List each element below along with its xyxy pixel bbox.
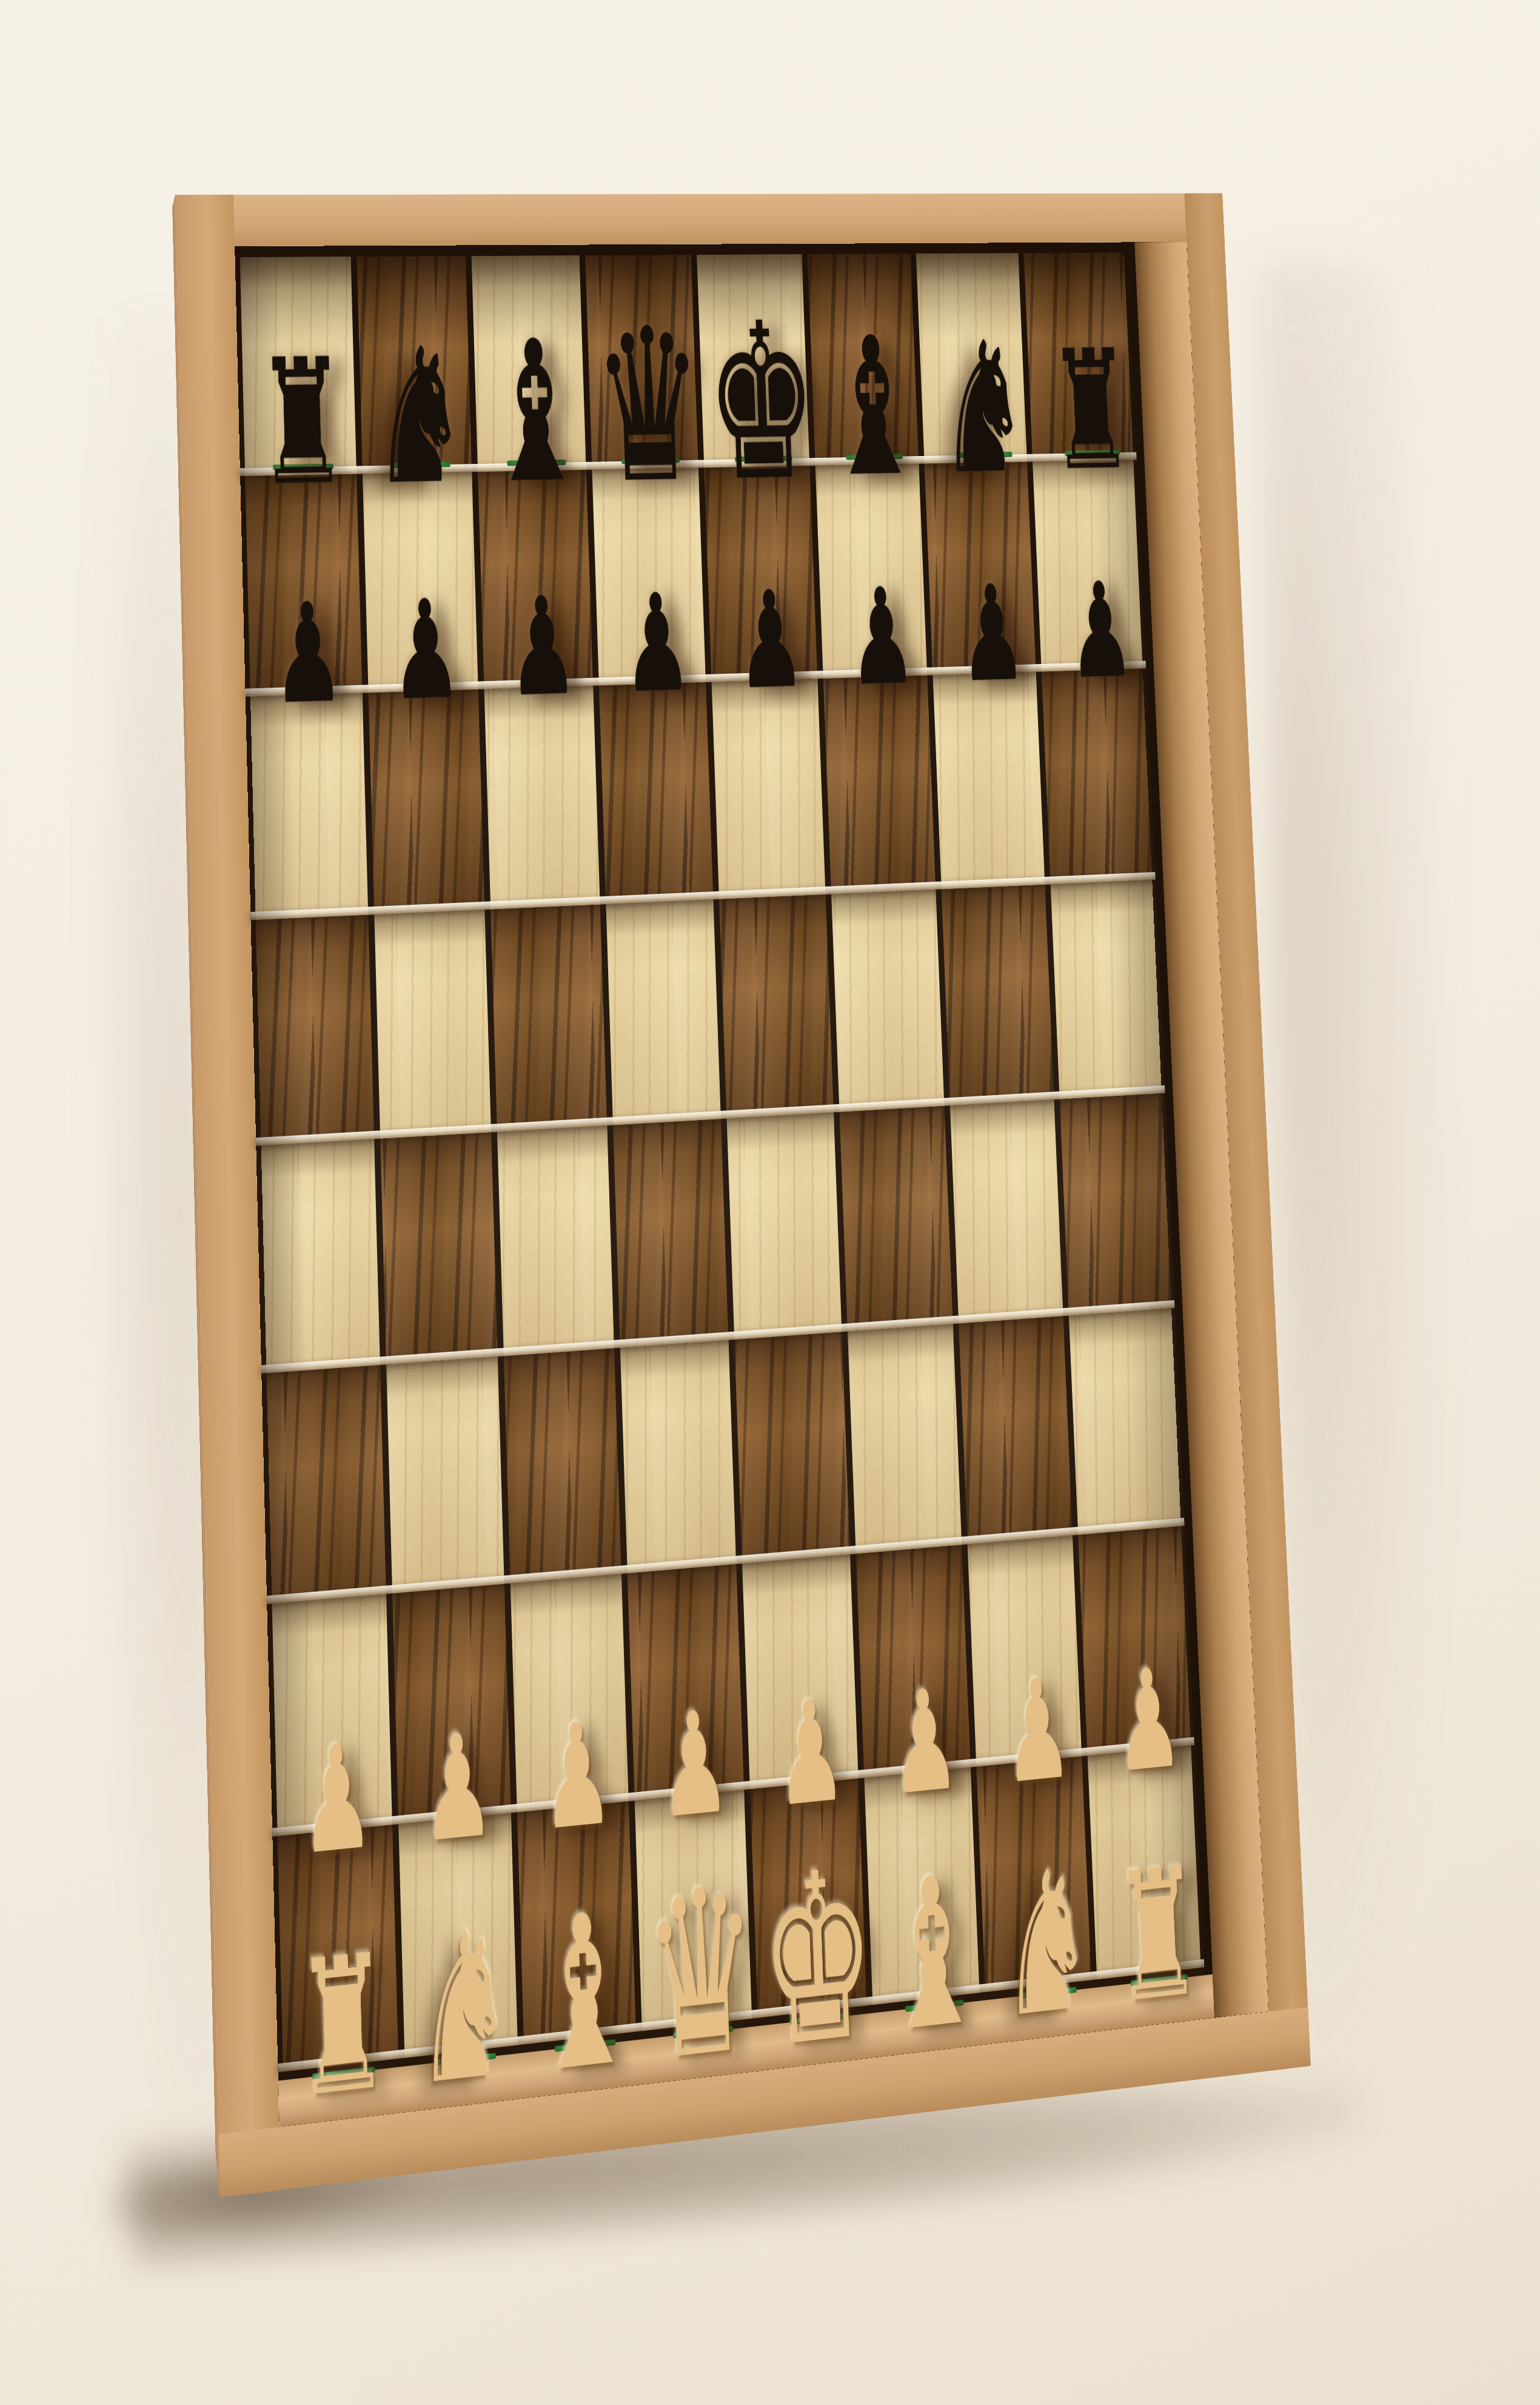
piece-black-pawn-b7: ♟	[389, 582, 463, 719]
piece-black-knight-b8: ♞	[369, 323, 470, 511]
studio-photo-background: { "game": "chess", "scene": "vertical wa…	[0, 0, 1540, 2405]
square-c4	[497, 1125, 614, 1357]
piece-white-pawn-c2: ♟	[540, 1702, 615, 1851]
square-h4	[1059, 1093, 1171, 1315]
square-b4	[380, 1132, 498, 1365]
piece-white-pawn-f2: ♟	[888, 1669, 962, 1815]
square-c3	[504, 1348, 621, 1583]
piece-white-bishop-f1: ♝	[879, 1847, 986, 2062]
piece-white-knight-b1: ♞	[411, 1903, 517, 2115]
chess-board-grid: ♜♞♝♛♚♝♞♜♟♟♟♟♟♟♟♟♟♟♟♟♟♟♟♟♜♞♝♛♚♝♞♜	[240, 253, 1201, 2072]
square-f2: ♟	[855, 1545, 971, 1778]
square-b5	[374, 910, 491, 1138]
square-a3	[267, 1365, 386, 1603]
piece-white-rook-h1: ♜	[1112, 1843, 1204, 2028]
piece-black-king-e8: ♚	[703, 295, 820, 512]
piece-black-rook-a8: ♜	[255, 336, 349, 509]
scene: ♜♞♝♛♚♝♞♜♟♟♟♟♟♟♟♟♟♟♟♟♟♟♟♟♜♞♝♛♚♝♞♜	[200, 185, 1297, 2095]
square-d2: ♟	[627, 1564, 744, 1801]
square-d4	[613, 1119, 729, 1348]
piece-black-bishop-c8: ♝	[482, 315, 588, 511]
piece-white-king-e1: ♚	[757, 1839, 879, 2082]
square-e4	[727, 1112, 842, 1340]
square-d8: ♛	[585, 255, 698, 469]
checkerboard-panel: ♜♞♝♛♚♝♞♜♟♟♟♟♟♟♟♟♟♟♟♟♟♟♟♟♜♞♝♛♚♝♞♜	[235, 242, 1205, 2081]
piece-white-pawn-h2: ♟	[1113, 1649, 1185, 1793]
square-e8: ♚	[697, 254, 809, 467]
piece-white-pawn-b2: ♟	[420, 1713, 496, 1863]
square-a5	[256, 915, 374, 1145]
square-h3	[1068, 1309, 1181, 1535]
piece-black-pawn-g7: ♟	[957, 568, 1028, 701]
piece-black-pawn-a7: ♟	[270, 585, 345, 723]
square-c8: ♝	[472, 255, 586, 471]
square-b2: ♟	[392, 1584, 511, 1825]
board-cavity: ♜♞♝♛♚♝♞♜♟♟♟♟♟♟♟♟♟♟♟♟♟♟♟♟♜♞♝♛♚♝♞♜	[235, 242, 1268, 2127]
square-a2: ♟	[272, 1594, 392, 1836]
piece-black-bishop-f8: ♝	[822, 312, 925, 504]
vertical-chess-board: ♜♞♝♛♚♝♞♜♟♟♟♟♟♟♟♟♟♟♟♟♟♟♟♟♜♞♝♛♚♝♞♜	[175, 193, 1311, 2198]
piece-white-pawn-a2: ♟	[298, 1724, 375, 1876]
square-f3	[848, 1324, 962, 1554]
square-g4	[950, 1099, 1063, 1324]
piece-black-pawn-f7: ♟	[846, 570, 918, 704]
square-g5	[942, 885, 1054, 1105]
square-c5	[490, 904, 606, 1132]
piece-white-queen-d1: ♛	[642, 1855, 761, 2094]
piece-black-queen-d8: ♛	[592, 300, 706, 512]
piece-black-pawn-c7: ♟	[506, 579, 579, 716]
square-b3	[386, 1357, 504, 1593]
piece-black-pawn-h7: ♟	[1066, 565, 1136, 697]
square-g3	[959, 1316, 1072, 1544]
square-g2: ♟	[968, 1535, 1082, 1767]
piece-black-knight-g8: ♞	[934, 318, 1031, 499]
piece-white-pawn-g2: ♟	[1001, 1659, 1074, 1803]
piece-white-knight-g1: ♞	[996, 1842, 1097, 2046]
square-c2: ♟	[511, 1574, 628, 1813]
square-e5	[719, 894, 833, 1118]
square-e2: ♟	[742, 1554, 858, 1789]
square-f4	[839, 1105, 953, 1332]
piece-white-pawn-d2: ♟	[657, 1691, 732, 1839]
piece-black-pawn-e7: ♟	[734, 573, 806, 708]
square-h2: ♟	[1078, 1526, 1191, 1756]
piece-black-rook-h8: ♜	[1046, 328, 1136, 494]
piece-white-rook-a1: ♜	[293, 1928, 391, 2124]
piece-white-pawn-e2: ♟	[774, 1680, 848, 1827]
square-f8: ♝	[807, 253, 919, 465]
square-a8: ♜	[240, 257, 357, 475]
square-a4	[261, 1139, 380, 1374]
piece-black-pawn-d7: ♟	[621, 576, 694, 712]
square-f5	[831, 890, 945, 1112]
square-d3	[620, 1340, 736, 1573]
piece-white-bishop-c1: ♝	[529, 1883, 638, 2103]
frame-top	[175, 193, 1225, 247]
square-h5	[1050, 880, 1162, 1099]
square-e3	[734, 1332, 849, 1564]
square-g8: ♞	[916, 253, 1027, 463]
square-h8: ♜	[1023, 253, 1133, 461]
square-b8: ♞	[357, 256, 472, 474]
square-d5	[606, 899, 721, 1125]
